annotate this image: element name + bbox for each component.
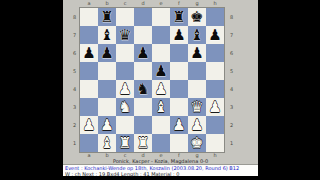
square-g1[interactable]: ♚ — [188, 134, 206, 152]
file-label-c: c — [116, 0, 134, 7]
square-d4[interactable]: ♞ — [134, 80, 152, 98]
piece-white-king[interactable]: ♚ — [190, 134, 203, 152]
square-a3[interactable] — [80, 98, 98, 116]
piece-white-pawn[interactable]: ♟ — [82, 116, 95, 134]
square-f1[interactable] — [170, 134, 188, 152]
piece-black-pawn[interactable]: ♟ — [208, 26, 221, 44]
square-e2[interactable] — [152, 116, 170, 134]
piece-black-knight[interactable]: ♞ — [136, 80, 149, 98]
piece-white-pawn[interactable]: ♟ — [208, 98, 221, 116]
square-e8[interactable] — [152, 8, 170, 26]
square-c8[interactable] — [116, 8, 134, 26]
square-e4[interactable]: ♟ — [152, 80, 170, 98]
square-f6[interactable] — [170, 44, 188, 62]
piece-white-knight[interactable]: ♞ — [118, 98, 131, 116]
piece-white-bishop[interactable]: ♝ — [154, 98, 167, 116]
square-d1[interactable]: ♜ — [134, 134, 152, 152]
piece-black-king[interactable]: ♚ — [190, 8, 203, 26]
piece-black-pawn[interactable]: ♟ — [172, 26, 185, 44]
square-e3[interactable]: ♝ — [152, 98, 170, 116]
file-labels-top: abcdefgh — [80, 0, 224, 7]
rank-label-5: 5 — [71, 62, 78, 80]
rank-label-6: 6 — [71, 44, 78, 62]
file-label-f: f — [170, 0, 188, 7]
square-b4[interactable] — [98, 80, 116, 98]
piece-white-queen[interactable]: ♛ — [190, 98, 203, 116]
rank-label-8: 8 — [71, 8, 78, 26]
square-h5[interactable] — [206, 62, 224, 80]
square-c1[interactable]: ♜ — [116, 134, 134, 152]
square-h4[interactable] — [206, 80, 224, 98]
piece-white-pawn[interactable]: ♟ — [118, 80, 131, 98]
square-d8[interactable] — [134, 8, 152, 26]
square-a7[interactable] — [80, 26, 98, 44]
square-b8[interactable]: ♜ — [98, 8, 116, 26]
square-f8[interactable]: ♜ — [170, 8, 188, 26]
piece-black-pawn[interactable]: ♟ — [100, 44, 113, 62]
piece-black-queen[interactable]: ♛ — [118, 26, 131, 44]
square-a1[interactable] — [80, 134, 98, 152]
square-a2[interactable]: ♟ — [80, 116, 98, 134]
square-g4[interactable] — [188, 80, 206, 98]
file-label-b: b — [98, 0, 116, 7]
rank-label-8: 8 — [228, 8, 235, 26]
rank-label-4: 4 — [71, 80, 78, 98]
rank-label-4: 4 — [228, 80, 235, 98]
square-f3[interactable] — [170, 98, 188, 116]
file-label-a: a — [80, 0, 98, 7]
piece-black-pawn[interactable]: ♟ — [136, 44, 149, 62]
square-a5[interactable] — [80, 62, 98, 80]
square-c3[interactable]: ♞ — [116, 98, 134, 116]
piece-white-pawn[interactable]: ♟ — [100, 116, 113, 134]
square-c5[interactable] — [116, 62, 134, 80]
caption-box: Event : Kochanki-Wende op 18th, Koszalin… — [63, 164, 258, 176]
square-e6[interactable] — [152, 44, 170, 62]
square-g7[interactable]: ♝ — [188, 26, 206, 44]
event-link[interactable]: Event : Kochanki-Wende op 18th, Koszalin… — [65, 166, 256, 171]
rank-label-2: 2 — [71, 116, 78, 134]
square-d6[interactable]: ♟ — [134, 44, 152, 62]
file-label-d: d — [134, 0, 152, 7]
square-h1[interactable] — [206, 134, 224, 152]
square-f2[interactable]: ♟ — [170, 116, 188, 134]
square-d2[interactable] — [134, 116, 152, 134]
square-h3[interactable]: ♟ — [206, 98, 224, 116]
square-f4[interactable] — [170, 80, 188, 98]
square-b2[interactable]: ♟ — [98, 116, 116, 134]
piece-white-rook[interactable]: ♜ — [136, 134, 149, 152]
video-frame: abcdefgh 87654321 ♜♜♚♝♛♟♝♟♟♟♟♟♟♟♞♟♞♝♛♟♟♟… — [0, 0, 320, 180]
square-f7[interactable]: ♟ — [170, 26, 188, 44]
square-b3[interactable] — [98, 98, 116, 116]
piece-white-pawn[interactable]: ♟ — [172, 116, 185, 134]
square-d3[interactable] — [134, 98, 152, 116]
square-c4[interactable]: ♟ — [116, 80, 134, 98]
square-h8[interactable] — [206, 8, 224, 26]
rank-label-3: 3 — [228, 98, 235, 116]
square-h6[interactable] — [206, 44, 224, 62]
square-a4[interactable] — [80, 80, 98, 98]
square-g2[interactable]: ♟ — [188, 116, 206, 134]
rank-label-7: 7 — [228, 26, 235, 44]
rank-labels-left: 87654321 — [71, 8, 78, 152]
piece-black-bishop[interactable]: ♝ — [100, 26, 113, 44]
square-b1[interactable]: ♝ — [98, 134, 116, 152]
stats-line: W : ch Next : 19.Bxd4 Length : 41 Materi… — [65, 172, 256, 177]
square-a8[interactable] — [80, 8, 98, 26]
square-a6[interactable]: ♟ — [80, 44, 98, 62]
piece-white-bishop[interactable]: ♝ — [100, 134, 113, 152]
rank-label-1: 1 — [71, 134, 78, 152]
square-g6[interactable]: ♟ — [188, 44, 206, 62]
square-d7[interactable] — [134, 26, 152, 44]
square-h2[interactable] — [206, 116, 224, 134]
square-f5[interactable] — [170, 62, 188, 80]
square-b7[interactable]: ♝ — [98, 26, 116, 44]
piece-black-rook[interactable]: ♜ — [100, 8, 113, 26]
rank-label-7: 7 — [71, 26, 78, 44]
piece-black-rook[interactable]: ♜ — [172, 8, 185, 26]
square-g8[interactable]: ♚ — [188, 8, 206, 26]
piece-white-pawn[interactable]: ♟ — [154, 80, 167, 98]
chess-board[interactable]: ♜♜♚♝♛♟♝♟♟♟♟♟♟♟♞♟♞♝♛♟♟♟♟♟♝♜♜♚ — [80, 8, 224, 152]
square-e5[interactable]: ♟ — [152, 62, 170, 80]
piece-black-pawn[interactable]: ♟ — [82, 44, 95, 62]
piece-white-pawn[interactable]: ♟ — [190, 116, 203, 134]
square-c7[interactable]: ♛ — [116, 26, 134, 44]
file-label-h: h — [206, 0, 224, 7]
file-label-e: e — [152, 0, 170, 7]
square-b5[interactable] — [98, 62, 116, 80]
piece-black-pawn[interactable]: ♟ — [154, 62, 167, 80]
chess-diagram-panel: abcdefgh 87654321 ♜♜♚♝♛♟♝♟♟♟♟♟♟♟♞♟♞♝♛♟♟♟… — [63, 0, 258, 176]
square-e1[interactable] — [152, 134, 170, 152]
rank-label-2: 2 — [228, 116, 235, 134]
rank-label-6: 6 — [228, 44, 235, 62]
rank-label-5: 5 — [228, 62, 235, 80]
square-g3[interactable]: ♛ — [188, 98, 206, 116]
square-b6[interactable]: ♟ — [98, 44, 116, 62]
piece-white-rook[interactable]: ♜ — [118, 134, 131, 152]
square-h7[interactable]: ♟ — [206, 26, 224, 44]
rank-label-3: 3 — [71, 98, 78, 116]
file-label-g: g — [188, 0, 206, 7]
square-c2[interactable] — [116, 116, 134, 134]
square-g5[interactable] — [188, 62, 206, 80]
piece-black-pawn[interactable]: ♟ — [190, 44, 203, 62]
square-d5[interactable] — [134, 62, 152, 80]
rank-label-1: 1 — [228, 134, 235, 152]
piece-black-bishop[interactable]: ♝ — [190, 26, 203, 44]
rank-labels-right: 87654321 — [228, 8, 235, 152]
square-c6[interactable] — [116, 44, 134, 62]
square-e7[interactable] — [152, 26, 170, 44]
